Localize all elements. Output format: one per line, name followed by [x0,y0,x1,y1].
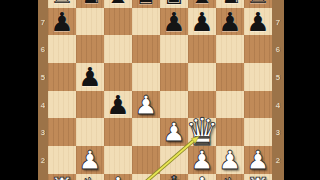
square-f4 [188,91,216,119]
piece-black-bishop-f8: ♝ [189,0,214,8]
square-b4 [76,91,104,119]
rank-label-2: 2 [38,156,48,165]
square-e2 [160,146,188,174]
square-e6 [160,35,188,63]
piece-black-pawn-b5: ♟ [78,64,101,90]
square-a4 [48,91,76,119]
square-f7: ♟ [188,8,216,36]
piece-black-pawn-a7: ♟ [50,9,73,35]
piece-white-bishop-c1: ♝ [105,174,130,180]
board-border-right: 87654321 [272,0,284,180]
square-f1: ♝ [188,174,216,180]
square-f5 [188,63,216,91]
square-g4 [216,91,244,119]
square-e4 [160,91,188,119]
square-b8: ♞ [76,0,104,8]
square-d7 [132,8,160,36]
square-d8: ♛ [132,0,160,8]
square-f6 [188,35,216,63]
board-frame: 87654321 ♜♞♝♛♚♝♞♜♟♟♟♟♟♟♟♟♟♛♟♟♟♟♜♞♝♚♝♞♜ 8… [38,0,284,180]
square-e5 [160,63,188,91]
square-c5 [104,63,132,91]
piece-white-knight-b1: ♞ [78,174,102,180]
square-c2 [104,146,132,174]
board-border-left: 87654321 [38,0,48,180]
piece-white-pawn-f2: ♟ [190,147,213,173]
square-h5 [244,63,272,91]
square-g8: ♞ [216,0,244,8]
square-h7: ♟ [244,8,272,36]
square-b7 [76,8,104,36]
square-h2: ♟ [244,146,272,174]
piece-black-pawn-e7: ♟ [162,9,185,35]
square-g6 [216,35,244,63]
piece-white-bishop-f1: ♝ [189,174,214,180]
rank-label-6: 6 [38,45,48,54]
square-c7 [104,8,132,36]
square-h3 [244,118,272,146]
piece-black-rook-a8: ♜ [50,0,74,7]
square-a8: ♜ [48,0,76,8]
square-a3 [48,118,76,146]
square-b6 [76,35,104,63]
square-e8: ♚ [160,0,188,8]
piece-white-rook-a1: ♜ [50,174,74,180]
rank-label-6: 6 [272,45,284,54]
square-d4: ♟ [132,91,160,119]
rank-label-3: 3 [38,128,48,137]
square-c1: ♝ [104,174,132,180]
rank-label-4: 4 [272,100,284,109]
piece-black-knight-b8: ♞ [78,0,102,7]
rank-label-5: 5 [272,72,284,81]
square-h6 [244,35,272,63]
square-h8: ♜ [244,0,272,8]
square-c3 [104,118,132,146]
rank-label-4: 4 [38,100,48,109]
piece-black-pawn-g7: ♟ [218,9,241,35]
square-e7: ♟ [160,8,188,36]
square-a7: ♟ [48,8,76,36]
square-g1: ♞ [216,174,244,180]
square-g7: ♟ [216,8,244,36]
square-b3 [76,118,104,146]
square-f3: ♛ [188,118,216,146]
piece-white-pawn-g2: ♟ [218,147,241,173]
piece-white-rook-h1: ♜ [246,174,270,180]
square-c6 [104,35,132,63]
piece-black-pawn-h7: ♟ [246,9,269,35]
rank-label-2: 2 [272,156,284,165]
rank-label-5: 5 [38,72,48,81]
board: ♜♞♝♛♚♝♞♜♟♟♟♟♟♟♟♟♟♛♟♟♟♟♜♞♝♚♝♞♜ [48,0,272,180]
square-f2: ♟ [188,146,216,174]
square-e1: ♚ [160,174,188,180]
square-d5 [132,63,160,91]
square-d6 [132,35,160,63]
rank-label-7: 7 [272,17,284,26]
piece-white-pawn-e3: ♟ [162,119,185,145]
square-a6 [48,35,76,63]
square-g3 [216,118,244,146]
square-b2: ♟ [76,146,104,174]
square-a1: ♜ [48,174,76,180]
rank-label-7: 7 [38,17,48,26]
rank-label-3: 3 [272,128,284,137]
square-g5 [216,63,244,91]
square-h4 [244,91,272,119]
piece-black-pawn-f7: ♟ [190,9,213,35]
square-a5 [48,63,76,91]
piece-black-knight-g8: ♞ [218,0,242,7]
piece-black-pawn-c4: ♟ [106,92,129,118]
square-a2 [48,146,76,174]
square-c8: ♝ [104,0,132,8]
piece-white-pawn-d4: ♟ [134,92,157,118]
square-d2 [132,146,160,174]
piece-white-king-e1: ♚ [160,172,188,180]
piece-white-knight-g1: ♞ [218,174,242,180]
square-c4: ♟ [104,91,132,119]
video-frame: 87654321 ♜♞♝♛♚♝♞♜♟♟♟♟♟♟♟♟♟♛♟♟♟♟♜♞♝♚♝♞♜ 8… [0,0,320,180]
square-b5: ♟ [76,63,104,91]
square-g2: ♟ [216,146,244,174]
square-d3 [132,118,160,146]
square-e3: ♟ [160,118,188,146]
piece-white-pawn-h2: ♟ [246,147,269,173]
piece-white-pawn-b2: ♟ [78,147,101,173]
square-f8: ♝ [188,0,216,8]
square-h1: ♜ [244,174,272,180]
square-b1: ♞ [76,174,104,180]
piece-black-rook-h8: ♜ [246,0,270,7]
square-d1 [132,174,160,180]
piece-black-bishop-c8: ♝ [105,0,130,8]
